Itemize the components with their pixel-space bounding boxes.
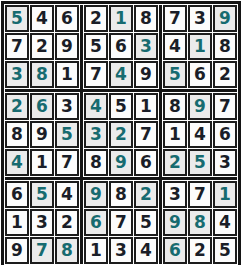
- box-divider-vertical-1: [80, 5, 83, 264]
- cell-r9c6-solved[interactable]: 4: [134, 237, 158, 264]
- cell-r8c2-solved[interactable]: 3: [30, 209, 54, 236]
- cell-r2c8-given[interactable]: 1: [188, 33, 212, 60]
- cell-r9c4-solved[interactable]: 1: [84, 237, 108, 264]
- cell-r3c6-solved[interactable]: 9: [134, 61, 158, 88]
- cell-r1c4-solved[interactable]: 2: [84, 5, 108, 32]
- cell-r3c9-solved[interactable]: 2: [213, 61, 237, 88]
- cell-r2c6-given[interactable]: 3: [134, 33, 158, 60]
- cell-r4c1-given[interactable]: 2: [5, 93, 29, 120]
- cell-r6c2-solved[interactable]: 1: [30, 149, 54, 176]
- cell-r3c4-solved[interactable]: 7: [84, 61, 108, 88]
- cell-r5c6-solved[interactable]: 7: [134, 121, 158, 148]
- cell-r8c5-solved[interactable]: 7: [109, 209, 133, 236]
- cell-r2c2-solved[interactable]: 2: [30, 33, 54, 60]
- box-divider-horizontal-2: [5, 177, 237, 180]
- cell-r8c8-given[interactable]: 8: [188, 209, 212, 236]
- cell-r9c1-solved[interactable]: 9: [5, 237, 29, 264]
- cell-r5c5-given[interactable]: 2: [109, 121, 133, 148]
- cell-r5c9-solved[interactable]: 6: [213, 121, 237, 148]
- cell-r7c5-solved[interactable]: 8: [109, 181, 133, 208]
- sudoku-board: 5462187397295634183817495622634518978953…: [1, 1, 241, 265]
- cell-r7c2-given[interactable]: 5: [30, 181, 54, 208]
- cell-r4c2-given[interactable]: 6: [30, 93, 54, 120]
- cell-r6c7-given[interactable]: 2: [163, 149, 187, 176]
- cell-r1c8-solved[interactable]: 3: [188, 5, 212, 32]
- cell-r1c3-solved[interactable]: 6: [55, 5, 79, 32]
- cell-r7c7-solved[interactable]: 3: [163, 181, 187, 208]
- cell-r1c9-given[interactable]: 9: [213, 5, 237, 32]
- cell-r6c8-given[interactable]: 5: [188, 149, 212, 176]
- cell-r7c8-solved[interactable]: 7: [188, 181, 212, 208]
- cell-r7c3-solved[interactable]: 4: [55, 181, 79, 208]
- cell-r4c6-solved[interactable]: 1: [134, 93, 158, 120]
- cell-r1c2-solved[interactable]: 4: [30, 5, 54, 32]
- cell-r6c5-given[interactable]: 9: [109, 149, 133, 176]
- cell-r2c1-solved[interactable]: 7: [5, 33, 29, 60]
- cell-r4c9-solved[interactable]: 7: [213, 93, 237, 120]
- cell-r6c4-solved[interactable]: 8: [84, 149, 108, 176]
- cell-r6c1-given[interactable]: 4: [5, 149, 29, 176]
- cell-r4c5-solved[interactable]: 5: [109, 93, 133, 120]
- cell-r9c5-solved[interactable]: 3: [109, 237, 133, 264]
- cell-r6c6-solved[interactable]: 6: [134, 149, 158, 176]
- cell-r4c7-solved[interactable]: 8: [163, 93, 187, 120]
- cell-r2c5-solved[interactable]: 6: [109, 33, 133, 60]
- cell-r8c6-solved[interactable]: 5: [134, 209, 158, 236]
- cell-r8c1-solved[interactable]: 1: [5, 209, 29, 236]
- cell-r9c7-given[interactable]: 6: [163, 237, 187, 264]
- cell-r3c8-solved[interactable]: 6: [188, 61, 212, 88]
- cell-r4c4-given[interactable]: 4: [84, 93, 108, 120]
- cell-r3c7-given[interactable]: 5: [163, 61, 187, 88]
- cell-r8c7-given[interactable]: 9: [163, 209, 187, 236]
- cell-r5c2-solved[interactable]: 9: [30, 121, 54, 148]
- cell-r3c1-given[interactable]: 3: [5, 61, 29, 88]
- cell-r9c2-given[interactable]: 7: [30, 237, 54, 264]
- cell-r1c7-solved[interactable]: 7: [163, 5, 187, 32]
- box-divider-vertical-2: [159, 5, 162, 264]
- cell-r2c4-solved[interactable]: 5: [84, 33, 108, 60]
- cell-r8c9-solved[interactable]: 4: [213, 209, 237, 236]
- cell-r8c3-solved[interactable]: 2: [55, 209, 79, 236]
- cell-r9c9-solved[interactable]: 5: [213, 237, 237, 264]
- cell-r9c8-solved[interactable]: 2: [188, 237, 212, 264]
- cell-r6c9-solved[interactable]: 3: [213, 149, 237, 176]
- cell-r5c8-solved[interactable]: 4: [188, 121, 212, 148]
- cell-r7c1-solved[interactable]: 6: [5, 181, 29, 208]
- cell-r1c6-solved[interactable]: 8: [134, 5, 158, 32]
- cell-r7c4-given[interactable]: 9: [84, 181, 108, 208]
- cell-r3c5-given[interactable]: 4: [109, 61, 133, 88]
- cell-r1c5-given[interactable]: 1: [109, 5, 133, 32]
- cell-r1c1-given[interactable]: 5: [5, 5, 29, 32]
- cell-r4c8-given[interactable]: 9: [188, 93, 212, 120]
- cell-r2c3-solved[interactable]: 9: [55, 33, 79, 60]
- cell-r7c9-given[interactable]: 1: [213, 181, 237, 208]
- cell-r2c9-solved[interactable]: 8: [213, 33, 237, 60]
- cell-r6c3-solved[interactable]: 7: [55, 149, 79, 176]
- cell-r9c3-given[interactable]: 8: [55, 237, 79, 264]
- sudoku-page: 5462187397295634183817495622634518978953…: [0, 0, 240, 265]
- cell-r5c7-solved[interactable]: 1: [163, 121, 187, 148]
- cell-r3c3-solved[interactable]: 1: [55, 61, 79, 88]
- cell-r7c6-given[interactable]: 2: [134, 181, 158, 208]
- cell-r5c3-given[interactable]: 5: [55, 121, 79, 148]
- cell-r5c1-solved[interactable]: 8: [5, 121, 29, 148]
- cell-r4c3-solved[interactable]: 3: [55, 93, 79, 120]
- cell-r2c7-solved[interactable]: 4: [163, 33, 187, 60]
- cell-r5c4-given[interactable]: 3: [84, 121, 108, 148]
- box-divider-horizontal-1: [5, 89, 237, 92]
- cell-r8c4-given[interactable]: 6: [84, 209, 108, 236]
- cell-r3c2-given[interactable]: 8: [30, 61, 54, 88]
